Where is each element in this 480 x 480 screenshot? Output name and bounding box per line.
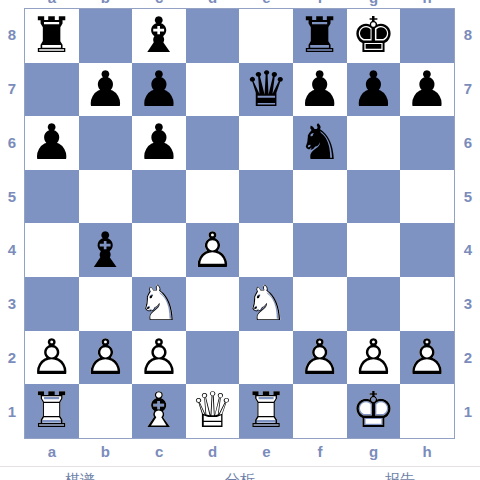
white-king-piece[interactable]: ♚♔ xyxy=(347,384,401,438)
black-pawn-piece[interactable]: ♟ xyxy=(132,116,186,170)
black-bishop-piece[interactable]: ♝ xyxy=(79,223,133,277)
square-b4[interactable]: ♝ xyxy=(79,223,133,277)
square-b1[interactable] xyxy=(79,384,133,438)
piece-outline: ♙ xyxy=(132,331,186,385)
file-labels-bottom: abcdefgh xyxy=(25,443,454,461)
square-a4[interactable] xyxy=(25,223,79,277)
rank-label-right-5: 5 xyxy=(458,169,478,223)
rank-label-left-1: 1 xyxy=(2,384,22,438)
square-h8[interactable] xyxy=(400,9,454,63)
piece-outline: ♖ xyxy=(25,384,79,438)
black-pawn-piece[interactable]: ♟ xyxy=(293,63,347,117)
file-label-top-c: c xyxy=(132,0,186,7)
piece-outline: ♕ xyxy=(186,384,240,438)
square-h6[interactable] xyxy=(400,116,454,170)
square-d4[interactable]: ♟♙ xyxy=(186,223,240,277)
rank-label-right-6: 6 xyxy=(458,116,478,170)
square-d7[interactable] xyxy=(186,63,240,117)
piece-outline: ♘ xyxy=(132,277,186,331)
black-knight-piece[interactable]: ♞ xyxy=(293,116,347,170)
file-label-bottom-g: g xyxy=(347,443,401,461)
black-pawn-piece[interactable]: ♟ xyxy=(132,63,186,117)
square-a1[interactable]: ♜♖ xyxy=(25,384,79,438)
square-c3[interactable]: ♞♘ xyxy=(132,277,186,331)
rank-label-right-1: 1 xyxy=(458,384,478,438)
square-b7[interactable]: ♟ xyxy=(79,63,133,117)
bottom-tab-bar: 棋谱 分析 报告 xyxy=(0,470,480,480)
square-a7[interactable] xyxy=(25,63,79,117)
square-a6[interactable]: ♟ xyxy=(25,116,79,170)
square-e1[interactable]: ♜♖ xyxy=(239,384,293,438)
square-c7[interactable]: ♟ xyxy=(132,63,186,117)
black-bishop-piece[interactable]: ♝ xyxy=(132,9,186,63)
rank-label-left-8: 8 xyxy=(2,8,22,62)
piece-outline: ♙ xyxy=(79,331,133,385)
white-queen-piece[interactable]: ♛♕ xyxy=(186,384,240,438)
rank-labels-left: 87654321 xyxy=(2,8,22,438)
rank-label-right-7: 7 xyxy=(458,62,478,116)
rank-label-left-2: 2 xyxy=(2,331,22,385)
square-f8[interactable]: ♜ xyxy=(293,9,347,63)
rank-label-right-4: 4 xyxy=(458,223,478,277)
square-c6[interactable]: ♟ xyxy=(132,116,186,170)
square-g4[interactable] xyxy=(347,223,401,277)
file-label-top-f: f xyxy=(293,0,347,7)
square-b5[interactable] xyxy=(79,170,133,224)
piece-outline: ♙ xyxy=(186,223,240,277)
square-h5[interactable] xyxy=(400,170,454,224)
rank-label-left-4: 4 xyxy=(2,223,22,277)
piece-outline: ♔ xyxy=(347,384,401,438)
file-label-bottom-b: b xyxy=(79,443,133,461)
square-e3[interactable]: ♞♘ xyxy=(239,277,293,331)
file-label-top-d: d xyxy=(186,0,240,7)
rank-label-left-6: 6 xyxy=(2,116,22,170)
piece-outline: ♙ xyxy=(400,331,454,385)
piece-outline: ♖ xyxy=(239,384,293,438)
square-d2[interactable] xyxy=(186,331,240,385)
white-pawn-piece[interactable]: ♟♙ xyxy=(132,331,186,385)
black-pawn-piece[interactable]: ♟ xyxy=(347,63,401,117)
square-b8[interactable] xyxy=(79,9,133,63)
square-c4[interactable] xyxy=(132,223,186,277)
rank-label-right-8: 8 xyxy=(458,8,478,62)
square-g1[interactable]: ♚♔ xyxy=(347,384,401,438)
square-a5[interactable] xyxy=(25,170,79,224)
piece-outline: ♘ xyxy=(239,277,293,331)
file-label-top-g: g xyxy=(347,0,401,7)
square-d1[interactable]: ♛♕ xyxy=(186,384,240,438)
black-rook-piece[interactable]: ♜ xyxy=(25,9,79,63)
tab-analysis[interactable]: 分析 xyxy=(160,470,320,480)
white-pawn-piece[interactable]: ♟♙ xyxy=(293,331,347,385)
square-e5[interactable] xyxy=(239,170,293,224)
file-label-bottom-h: h xyxy=(400,443,454,461)
square-g8[interactable]: ♚ xyxy=(347,9,401,63)
chess-board-wrap: ♜♝♜♚♟♟♛♟♟♟♟♟♞♝♟♙♞♘♞♘♟♙♟♙♟♙♟♙♟♙♟♙♜♖♝♗♛♕♜♖… xyxy=(24,8,455,439)
rank-label-left-7: 7 xyxy=(2,62,22,116)
black-pawn-piece[interactable]: ♟ xyxy=(400,63,454,117)
rank-label-left-3: 3 xyxy=(2,277,22,331)
file-labels-top: abcdefgh xyxy=(25,0,454,7)
file-label-bottom-e: e xyxy=(240,443,294,461)
black-queen-piece[interactable]: ♛ xyxy=(239,63,293,117)
file-label-top-h: h xyxy=(400,0,454,7)
rank-label-left-5: 5 xyxy=(2,169,22,223)
square-e7[interactable]: ♛ xyxy=(239,63,293,117)
square-d6[interactable] xyxy=(186,116,240,170)
square-f2[interactable]: ♟♙ xyxy=(293,331,347,385)
piece-outline: ♗ xyxy=(132,384,186,438)
file-label-top-b: b xyxy=(79,0,133,7)
rank-labels-right: 87654321 xyxy=(458,8,478,438)
rank-label-right-3: 3 xyxy=(458,277,478,331)
white-pawn-piece[interactable]: ♟♙ xyxy=(79,331,133,385)
square-h2[interactable]: ♟♙ xyxy=(400,331,454,385)
square-c8[interactable]: ♝ xyxy=(132,9,186,63)
square-a3[interactable] xyxy=(25,277,79,331)
square-a8[interactable]: ♜ xyxy=(25,9,79,63)
square-b6[interactable] xyxy=(79,116,133,170)
square-h1[interactable] xyxy=(400,384,454,438)
square-d8[interactable] xyxy=(186,9,240,63)
square-h4[interactable] xyxy=(400,223,454,277)
chess-board[interactable]: ♜♝♜♚♟♟♛♟♟♟♟♟♞♝♟♙♞♘♞♘♟♙♟♙♟♙♟♙♟♙♟♙♜♖♝♗♛♕♜♖… xyxy=(24,8,455,439)
square-c1[interactable]: ♝♗ xyxy=(132,384,186,438)
white-rook-piece[interactable]: ♜♖ xyxy=(239,384,293,438)
square-e4[interactable] xyxy=(239,223,293,277)
square-e2[interactable] xyxy=(239,331,293,385)
white-rook-piece[interactable]: ♜♖ xyxy=(25,384,79,438)
rank-label-right-2: 2 xyxy=(458,331,478,385)
white-knight-piece[interactable]: ♞♘ xyxy=(239,277,293,331)
square-f3[interactable] xyxy=(293,277,347,331)
square-e8[interactable] xyxy=(239,9,293,63)
white-bishop-piece[interactable]: ♝♗ xyxy=(132,384,186,438)
square-c5[interactable] xyxy=(132,170,186,224)
tabbar-divider xyxy=(0,466,480,467)
black-rook-piece[interactable]: ♜ xyxy=(293,9,347,63)
square-d3[interactable] xyxy=(186,277,240,331)
square-g2[interactable]: ♟♙ xyxy=(347,331,401,385)
square-g7[interactable]: ♟ xyxy=(347,63,401,117)
tab-game-record[interactable]: 棋谱 xyxy=(0,470,160,480)
tab-report[interactable]: 报告 xyxy=(320,470,480,480)
white-knight-piece[interactable]: ♞♘ xyxy=(132,277,186,331)
file-label-bottom-c: c xyxy=(132,443,186,461)
square-f5[interactable] xyxy=(293,170,347,224)
file-label-top-e: e xyxy=(240,0,294,7)
black-pawn-piece[interactable]: ♟ xyxy=(79,63,133,117)
white-pawn-piece[interactable]: ♟♙ xyxy=(186,223,240,277)
piece-outline: ♙ xyxy=(25,331,79,385)
file-label-bottom-f: f xyxy=(293,443,347,461)
black-pawn-piece[interactable]: ♟ xyxy=(25,116,79,170)
square-b2[interactable]: ♟♙ xyxy=(79,331,133,385)
square-d5[interactable] xyxy=(186,170,240,224)
square-c2[interactable]: ♟♙ xyxy=(132,331,186,385)
white-pawn-piece[interactable]: ♟♙ xyxy=(25,331,79,385)
square-a2[interactable]: ♟♙ xyxy=(25,331,79,385)
square-g3[interactable] xyxy=(347,277,401,331)
square-f6[interactable]: ♞ xyxy=(293,116,347,170)
square-f7[interactable]: ♟ xyxy=(293,63,347,117)
square-f1[interactable] xyxy=(293,384,347,438)
white-pawn-piece[interactable]: ♟♙ xyxy=(400,331,454,385)
square-e6[interactable] xyxy=(239,116,293,170)
square-h7[interactable]: ♟ xyxy=(400,63,454,117)
white-pawn-piece[interactable]: ♟♙ xyxy=(347,331,401,385)
piece-outline: ♙ xyxy=(293,331,347,385)
file-label-bottom-a: a xyxy=(25,443,79,461)
file-label-bottom-d: d xyxy=(186,443,240,461)
square-h3[interactable] xyxy=(400,277,454,331)
square-g5[interactable] xyxy=(347,170,401,224)
file-label-top-a: a xyxy=(25,0,79,7)
square-b3[interactable] xyxy=(79,277,133,331)
piece-outline: ♙ xyxy=(347,331,401,385)
square-f4[interactable] xyxy=(293,223,347,277)
square-g6[interactable] xyxy=(347,116,401,170)
black-king-piece[interactable]: ♚ xyxy=(347,9,401,63)
